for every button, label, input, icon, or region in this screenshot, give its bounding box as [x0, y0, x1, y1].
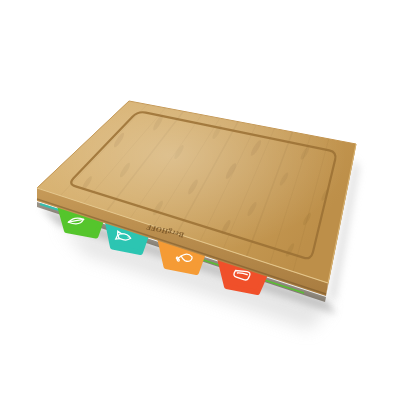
product-photo: BergHOFF: [0, 0, 400, 400]
scene-svg: [0, 0, 400, 400]
